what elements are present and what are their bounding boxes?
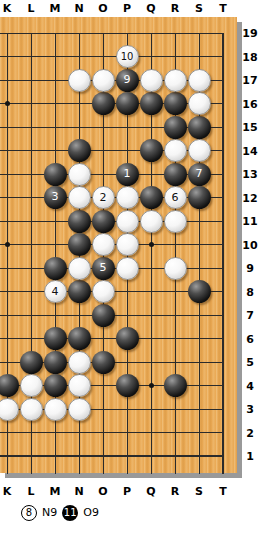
grid-line-row-2	[0, 432, 224, 433]
column-label-N: N	[74, 485, 83, 498]
grid-line-row-6	[0, 338, 224, 339]
white-stone-S14[interactable]	[188, 139, 211, 162]
column-label-O: O	[98, 2, 107, 15]
black-stone-Q12[interactable]	[140, 186, 163, 209]
move-number: 1	[116, 163, 139, 185]
row-label-18: 18	[242, 50, 257, 63]
white-stone-N3[interactable]	[68, 398, 91, 421]
black-stone-O7[interactable]	[92, 304, 115, 327]
row-label-13: 13	[242, 168, 257, 181]
move-number: 9	[116, 69, 139, 91]
column-label-P: P	[123, 485, 131, 498]
black-stone-R16[interactable]	[164, 92, 187, 115]
column-label-Q: Q	[146, 485, 155, 498]
white-stone-P10[interactable]	[116, 233, 139, 256]
move-8-location: N9	[42, 505, 57, 521]
black-stone-R13[interactable]	[164, 163, 187, 186]
column-label-N: N	[74, 2, 83, 15]
black-stone-P4[interactable]	[116, 374, 139, 397]
move-number: 4	[45, 281, 66, 303]
star-point-Q10	[149, 242, 154, 247]
row-label-3: 3	[246, 403, 254, 416]
column-label-K: K	[3, 485, 12, 498]
black-stone-R4[interactable]	[164, 374, 187, 397]
white-stone-Q17[interactable]	[140, 69, 163, 92]
white-stone-R17[interactable]	[164, 69, 187, 92]
black-stone-Q16[interactable]	[140, 92, 163, 115]
black-stone-O5[interactable]	[92, 351, 115, 374]
black-stone-P13[interactable]: 1	[116, 163, 139, 186]
column-label-T: T	[219, 2, 227, 15]
column-label-Q: Q	[146, 2, 155, 15]
column-label-M: M	[50, 2, 61, 15]
column-label-P: P	[123, 2, 131, 15]
black-stone-N6[interactable]	[68, 327, 91, 350]
move-11-marker: 11	[62, 505, 78, 521]
column-label-O: O	[98, 485, 107, 498]
white-stone-N13[interactable]	[68, 163, 91, 186]
black-stone-P17[interactable]: 9	[116, 69, 139, 92]
move-11-location: O9	[83, 505, 99, 521]
column-label-R: R	[171, 2, 179, 15]
star-point-Q4	[149, 383, 154, 388]
black-stone-M13[interactable]	[44, 163, 67, 186]
white-stone-L3[interactable]	[20, 398, 43, 421]
row-label-8: 8	[246, 285, 254, 298]
column-label-R: R	[171, 485, 179, 498]
grid-line-row-1	[0, 455, 224, 457]
white-stone-P12[interactable]	[116, 186, 139, 209]
move-number: 6	[165, 187, 186, 209]
row-label-2: 2	[246, 426, 254, 439]
row-label-14: 14	[242, 144, 257, 157]
row-label-16: 16	[242, 97, 257, 110]
white-stone-N17[interactable]	[68, 69, 91, 92]
caption: 8 N9 11 O9	[21, 504, 99, 521]
black-stone-Q14[interactable]	[140, 139, 163, 162]
column-label-T: T	[219, 485, 227, 498]
black-stone-L5[interactable]	[20, 351, 43, 374]
black-stone-P16[interactable]	[116, 92, 139, 115]
row-label-6: 6	[246, 332, 254, 345]
column-label-M: M	[50, 485, 61, 498]
row-label-15: 15	[242, 121, 257, 134]
row-label-11: 11	[242, 215, 257, 228]
black-stone-N8[interactable]	[68, 280, 91, 303]
star-point-K10	[5, 242, 10, 247]
move-number: 5	[92, 257, 115, 279]
move-number: 10	[117, 46, 138, 68]
column-label-L: L	[27, 485, 34, 498]
black-stone-O11[interactable]	[92, 210, 115, 233]
grid-line-row-19	[0, 33, 224, 34]
column-label-S: S	[195, 2, 203, 15]
white-stone-P9[interactable]	[116, 257, 139, 280]
white-stone-P11[interactable]	[116, 210, 139, 233]
white-stone-P18[interactable]: 10	[116, 45, 139, 68]
white-stone-R11[interactable]	[164, 210, 187, 233]
black-stone-K4[interactable]	[0, 374, 19, 397]
black-stone-S15[interactable]	[188, 116, 211, 139]
white-stone-O17[interactable]	[92, 69, 115, 92]
column-label-L: L	[27, 2, 34, 15]
move-number: 3	[44, 186, 67, 208]
black-stone-R15[interactable]	[164, 116, 187, 139]
white-stone-R14[interactable]	[164, 139, 187, 162]
star-point-K16	[5, 101, 10, 106]
column-label-K: K	[3, 2, 12, 15]
row-label-17: 17	[242, 74, 257, 87]
white-stone-Q11[interactable]	[140, 210, 163, 233]
row-label-4: 4	[246, 379, 254, 392]
black-stone-S13[interactable]: 7	[188, 163, 211, 186]
white-stone-N5[interactable]	[68, 351, 91, 374]
row-label-1: 1	[246, 450, 254, 463]
row-label-12: 12	[242, 191, 257, 204]
move-8-marker: 8	[21, 505, 37, 521]
row-label-19: 19	[242, 27, 257, 40]
white-stone-L4[interactable]	[20, 374, 43, 397]
white-stone-O12[interactable]: 2	[92, 186, 115, 209]
white-stone-R9[interactable]	[164, 257, 187, 280]
move-number: 7	[188, 163, 211, 185]
white-stone-S17[interactable]	[188, 69, 211, 92]
white-stone-N12[interactable]	[68, 186, 91, 209]
white-stone-N9[interactable]	[68, 257, 91, 280]
black-stone-S8[interactable]	[188, 280, 211, 303]
white-stone-O8[interactable]	[92, 280, 115, 303]
black-stone-M9[interactable]	[44, 257, 67, 280]
move-number: 2	[93, 187, 114, 209]
black-stone-P6[interactable]	[116, 327, 139, 350]
white-stone-O10[interactable]	[92, 233, 115, 256]
white-stone-N4[interactable]	[68, 374, 91, 397]
black-stone-M12[interactable]: 3	[44, 186, 67, 209]
grid-line-row-18	[0, 56, 224, 57]
row-label-10: 10	[242, 238, 257, 251]
black-stone-N10[interactable]	[68, 233, 91, 256]
row-label-5: 5	[246, 356, 254, 369]
black-stone-S12[interactable]	[188, 186, 211, 209]
go-diagram: 9173510264 KLMNOPQRST KLMNOPQRST 1918171…	[0, 0, 260, 537]
grid-line-col-T	[222, 33, 224, 475]
row-label-9: 9	[246, 262, 254, 275]
white-stone-S16[interactable]	[188, 92, 211, 115]
black-stone-M5[interactable]	[44, 351, 67, 374]
black-stone-N14[interactable]	[68, 139, 91, 162]
black-stone-O9[interactable]: 5	[92, 257, 115, 280]
column-label-S: S	[195, 485, 203, 498]
black-stone-N11[interactable]	[68, 210, 91, 233]
go-board[interactable]: 9173510264	[0, 17, 237, 473]
black-stone-M6[interactable]	[44, 327, 67, 350]
white-stone-R12[interactable]: 6	[164, 186, 187, 209]
black-stone-O16[interactable]	[92, 92, 115, 115]
white-stone-M3[interactable]	[44, 398, 67, 421]
row-label-7: 7	[246, 309, 254, 322]
white-stone-K3[interactable]	[0, 398, 19, 421]
black-stone-M4[interactable]	[44, 374, 67, 397]
white-stone-M8[interactable]: 4	[44, 280, 67, 303]
